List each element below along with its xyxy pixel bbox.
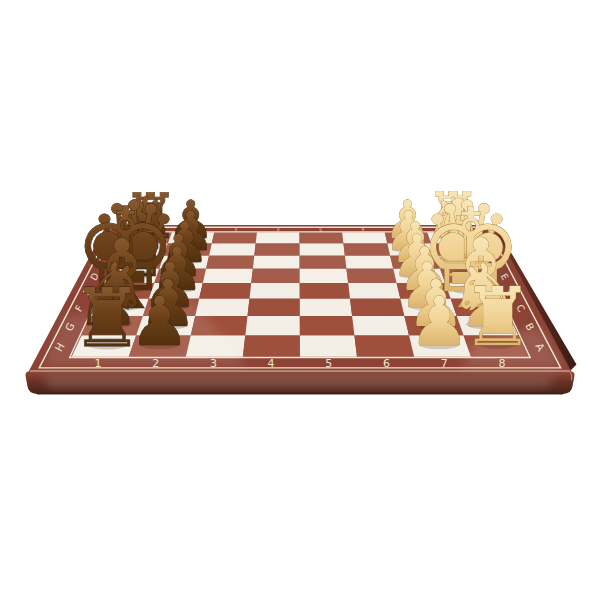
piece-light-rook: ♜ (461, 270, 534, 364)
board-square (199, 283, 251, 299)
board-square (300, 283, 350, 299)
chessboard-photo: 1234567812345678HGFEDCBAABCDEFGH♜♟♟♜♞♟♟♞… (0, 0, 600, 600)
back-edge-label: 5 (319, 227, 322, 232)
board-square (354, 335, 414, 357)
back-edge-label: 4 (277, 227, 280, 232)
board-square (350, 299, 404, 316)
board-square (245, 316, 300, 335)
board-square (300, 299, 352, 316)
front-edge-label: 6 (383, 357, 390, 370)
front-edge-label: 5 (325, 357, 332, 370)
piece-dark-pawn: ♟ (129, 282, 190, 361)
side-face-glare (42, 377, 556, 388)
board-square (300, 335, 357, 357)
board-square (248, 299, 300, 316)
front-edge-label: 4 (268, 357, 275, 370)
board-square (300, 316, 355, 335)
back-edge-label: 3 (234, 227, 237, 232)
board-square (250, 283, 300, 299)
board-square (243, 335, 300, 357)
back-edge-label: 6 (361, 227, 364, 232)
photo-canvas: 1234567812345678HGFEDCBAABCDEFGH♜♟♟♜♞♟♟♞… (0, 0, 600, 600)
front-edge-label: 3 (210, 357, 217, 370)
